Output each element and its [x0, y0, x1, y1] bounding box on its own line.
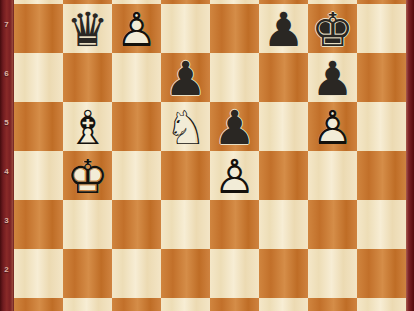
black-pawn-icon: ♟: [259, 4, 308, 53]
square-e2[interactable]: [210, 249, 259, 298]
rank-label-7: 7: [0, 20, 13, 29]
board-left-border: 765432: [0, 0, 14, 311]
black-queen-icon: ♛: [63, 4, 112, 53]
rank-label-3: 3: [0, 216, 13, 225]
square-h4[interactable]: [357, 151, 406, 200]
square-d6[interactable]: ♟: [161, 53, 210, 102]
square-f2[interactable]: [259, 249, 308, 298]
square-e6[interactable]: [210, 53, 259, 102]
square-e3[interactable]: [210, 200, 259, 249]
square-g7[interactable]: ♚: [308, 4, 357, 53]
white-pawn-icon: ♟♙: [210, 151, 259, 200]
black-pawn-icon: ♟: [210, 102, 259, 151]
square-f7[interactable]: ♟: [259, 4, 308, 53]
square-d7[interactable]: [161, 4, 210, 53]
square-g3[interactable]: [308, 200, 357, 249]
square-a4[interactable]: [14, 151, 63, 200]
square-h5[interactable]: [357, 102, 406, 151]
square-a6[interactable]: [14, 53, 63, 102]
square-c5[interactable]: [112, 102, 161, 151]
white-king-icon: ♚♔: [63, 151, 112, 200]
square-f4[interactable]: [259, 151, 308, 200]
white-pawn-icon: ♟♙: [112, 4, 161, 53]
square-b3[interactable]: [63, 200, 112, 249]
square-h7[interactable]: [357, 4, 406, 53]
square-e5[interactable]: ♟: [210, 102, 259, 151]
square-c3[interactable]: [112, 200, 161, 249]
square-g2[interactable]: [308, 249, 357, 298]
square-c6[interactable]: [112, 53, 161, 102]
black-pawn-icon: ♟: [161, 53, 210, 102]
square-c2[interactable]: [112, 249, 161, 298]
square-b5[interactable]: ♝♗: [63, 102, 112, 151]
square-g6[interactable]: ♟: [308, 53, 357, 102]
square-a7[interactable]: [14, 4, 63, 53]
square-e1[interactable]: [210, 298, 259, 311]
square-d4[interactable]: [161, 151, 210, 200]
square-g1[interactable]: [308, 298, 357, 311]
rank-label-2: 2: [0, 265, 13, 274]
square-g5[interactable]: ♟♙: [308, 102, 357, 151]
square-h6[interactable]: [357, 53, 406, 102]
square-h2[interactable]: [357, 249, 406, 298]
square-b6[interactable]: [63, 53, 112, 102]
square-b2[interactable]: [63, 249, 112, 298]
square-g4[interactable]: [308, 151, 357, 200]
square-f1[interactable]: [259, 298, 308, 311]
square-f6[interactable]: [259, 53, 308, 102]
square-c7[interactable]: ♟♙: [112, 4, 161, 53]
rank-label-4: 4: [0, 167, 13, 176]
square-h1[interactable]: [357, 298, 406, 311]
square-e7[interactable]: [210, 4, 259, 53]
square-c4[interactable]: [112, 151, 161, 200]
square-d3[interactable]: [161, 200, 210, 249]
square-b1[interactable]: [63, 298, 112, 311]
chessboard-frame: ♛♟♙♟♚♟♟♝♗♞♘♟♟♙♚♔♟♙ 765432: [0, 0, 414, 311]
white-knight-icon: ♞♘: [161, 102, 210, 151]
black-pawn-icon: ♟: [308, 53, 357, 102]
square-a1[interactable]: [14, 298, 63, 311]
square-d2[interactable]: [161, 249, 210, 298]
square-a2[interactable]: [14, 249, 63, 298]
square-f3[interactable]: [259, 200, 308, 249]
square-f5[interactable]: [259, 102, 308, 151]
rank-label-6: 6: [0, 69, 13, 78]
square-b4[interactable]: ♚♔: [63, 151, 112, 200]
square-c1[interactable]: [112, 298, 161, 311]
square-b7[interactable]: ♛: [63, 4, 112, 53]
rank-label-5: 5: [0, 118, 13, 127]
square-d1[interactable]: [161, 298, 210, 311]
board-right-border: [406, 0, 414, 311]
square-d5[interactable]: ♞♘: [161, 102, 210, 151]
white-pawn-icon: ♟♙: [308, 102, 357, 151]
square-e4[interactable]: ♟♙: [210, 151, 259, 200]
white-bishop-icon: ♝♗: [63, 102, 112, 151]
square-h3[interactable]: [357, 200, 406, 249]
square-a3[interactable]: [14, 200, 63, 249]
square-a5[interactable]: [14, 102, 63, 151]
black-king-icon: ♚: [308, 4, 357, 53]
chessboard: ♛♟♙♟♚♟♟♝♗♞♘♟♟♙♚♔♟♙: [14, 0, 406, 311]
